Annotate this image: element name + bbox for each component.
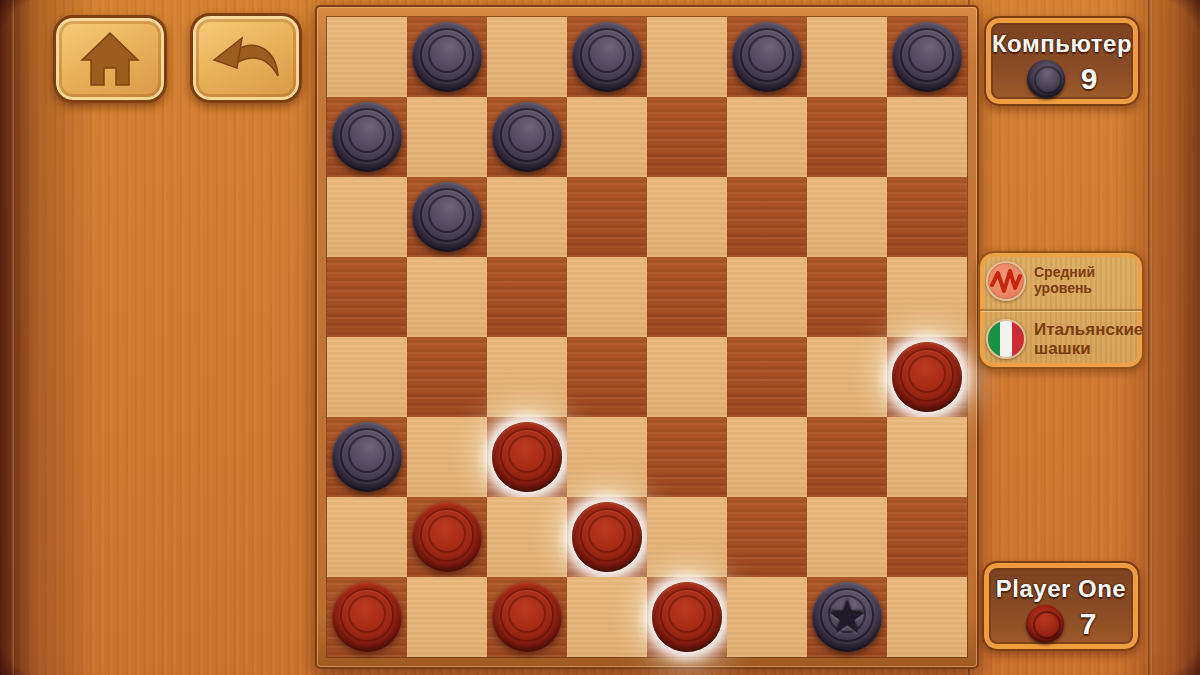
cell-r7c8[interactable] [887, 497, 967, 577]
red-checker-icon [1026, 605, 1064, 643]
cell-r7c5 [647, 497, 727, 577]
cell-r2c7[interactable] [807, 97, 887, 177]
black-checker-icon [1027, 60, 1065, 98]
cell-r8c2 [407, 577, 487, 657]
cell-r5c7 [807, 337, 887, 417]
piece-ring [668, 595, 706, 633]
cell-r1c5 [647, 17, 727, 97]
cell-r2c2 [407, 97, 487, 177]
piece-ring [748, 35, 786, 73]
corner-vignette [1148, 623, 1200, 675]
red-piece-r7c4[interactable] [572, 502, 642, 572]
black-piece-r1c6[interactable] [732, 22, 802, 92]
cell-r5c5 [647, 337, 727, 417]
red-piece-r5c8[interactable] [892, 342, 962, 412]
black-king-piece-r8c7[interactable]: ★ [812, 582, 882, 652]
cell-r3c2[interactable] [407, 177, 487, 257]
player-panel: Player One 7 [982, 561, 1140, 651]
black-piece-r2c1[interactable] [332, 102, 402, 172]
piece-ring [428, 195, 466, 233]
black-piece-r1c4[interactable] [572, 22, 642, 92]
cell-r7c7 [807, 497, 887, 577]
cell-r7c4[interactable] [567, 497, 647, 577]
cell-r6c3[interactable] [487, 417, 567, 497]
game-screen: ★ Компьютер 9 Средний уровень Итальянски… [0, 0, 1200, 675]
cell-r3c4[interactable] [567, 177, 647, 257]
cell-r4c4 [567, 257, 647, 337]
piece-ring [508, 595, 546, 633]
cell-r6c6 [727, 417, 807, 497]
cell-r3c3 [487, 177, 567, 257]
black-piece-r6c1[interactable] [332, 422, 402, 492]
cell-r7c3 [487, 497, 567, 577]
variant-row: Итальянские шашки [980, 311, 1142, 367]
cell-r7c2[interactable] [407, 497, 487, 577]
computer-panel: Компьютер 9 [984, 16, 1140, 106]
cell-r5c1 [327, 337, 407, 417]
piece-ring [908, 355, 946, 393]
piece-ring [588, 515, 626, 553]
variant-label: Итальянские шашки [1034, 320, 1143, 358]
cell-r2c6 [727, 97, 807, 177]
wood-seam [1148, 0, 1152, 675]
piece-ring [508, 115, 546, 153]
corner-vignette [0, 623, 52, 675]
wood-seam [10, 0, 14, 675]
cell-r8c8 [887, 577, 967, 657]
cell-r2c3[interactable] [487, 97, 567, 177]
cell-r6c4 [567, 417, 647, 497]
cell-r8c5[interactable] [647, 577, 727, 657]
cell-r1c3 [487, 17, 567, 97]
undo-arrow-icon [210, 30, 282, 86]
cell-r3c1 [327, 177, 407, 257]
cell-r4c5[interactable] [647, 257, 727, 337]
cell-r7c1 [327, 497, 407, 577]
cell-r2c8 [887, 97, 967, 177]
red-piece-r8c5[interactable] [652, 582, 722, 652]
cell-r1c6[interactable] [727, 17, 807, 97]
piece-ring [348, 435, 386, 473]
red-piece-r8c3[interactable] [492, 582, 562, 652]
king-star-icon: ★ [812, 582, 882, 652]
piece-ring [428, 515, 466, 553]
cell-r5c2[interactable] [407, 337, 487, 417]
cell-r4c1[interactable] [327, 257, 407, 337]
cell-r4c7[interactable] [807, 257, 887, 337]
black-piece-r2c3[interactable] [492, 102, 562, 172]
cell-r4c6 [727, 257, 807, 337]
cell-r4c2 [407, 257, 487, 337]
black-piece-r3c2[interactable] [412, 182, 482, 252]
italian-flag-icon [986, 319, 1026, 359]
cell-r1c7 [807, 17, 887, 97]
cell-r2c4 [567, 97, 647, 177]
difficulty-zigzag-icon [986, 261, 1026, 301]
cell-r8c1[interactable] [327, 577, 407, 657]
cell-r1c4[interactable] [567, 17, 647, 97]
player-piece-count: 7 [1080, 607, 1097, 641]
cell-r8c3[interactable] [487, 577, 567, 657]
board-frame: ★ [315, 5, 979, 669]
cell-r8c6 [727, 577, 807, 657]
difficulty-row: Средний уровень [980, 253, 1142, 311]
piece-ring [508, 435, 546, 473]
cell-r6c2 [407, 417, 487, 497]
cell-r5c4[interactable] [567, 337, 647, 417]
cell-r4c8 [887, 257, 967, 337]
corner-vignette [1148, 0, 1200, 52]
piece-ring [588, 35, 626, 73]
black-piece-r1c8[interactable] [892, 22, 962, 92]
cell-r5c3 [487, 337, 567, 417]
cell-r6c1[interactable] [327, 417, 407, 497]
home-icon [78, 30, 142, 88]
red-piece-r8c1[interactable] [332, 582, 402, 652]
cell-r1c8[interactable] [887, 17, 967, 97]
cell-r6c8 [887, 417, 967, 497]
cell-r5c8[interactable] [887, 337, 967, 417]
computer-title: Компьютер [992, 30, 1132, 58]
cell-r1c2[interactable] [407, 17, 487, 97]
game-info-panel: Средний уровень Итальянские шашки [978, 251, 1144, 369]
cell-r2c1[interactable] [327, 97, 407, 177]
cell-r3c5 [647, 177, 727, 257]
checkers-board: ★ [327, 17, 967, 657]
cell-r3c7 [807, 177, 887, 257]
black-piece-r1c2[interactable] [412, 22, 482, 92]
home-button[interactable] [53, 15, 167, 103]
computer-piece-count: 9 [1081, 62, 1098, 96]
cell-r8c7[interactable]: ★ [807, 577, 887, 657]
red-piece-r7c2[interactable] [412, 502, 482, 572]
player-title: Player One [996, 575, 1126, 603]
cell-r8c4 [567, 577, 647, 657]
corner-vignette [0, 0, 52, 52]
cell-r4c3[interactable] [487, 257, 567, 337]
cell-r7c6[interactable] [727, 497, 807, 577]
piece-ring [348, 595, 386, 633]
piece-ring [428, 35, 466, 73]
cell-r6c7[interactable] [807, 417, 887, 497]
cell-r3c6[interactable] [727, 177, 807, 257]
undo-button[interactable] [190, 13, 302, 103]
cell-r1c1 [327, 17, 407, 97]
red-piece-r6c3[interactable] [492, 422, 562, 492]
cell-r6c5[interactable] [647, 417, 727, 497]
difficulty-label: Средний уровень [1034, 265, 1134, 296]
cell-r2c5[interactable] [647, 97, 727, 177]
cell-r5c6[interactable] [727, 337, 807, 417]
cell-r3c8[interactable] [887, 177, 967, 257]
piece-ring [348, 115, 386, 153]
piece-ring [908, 35, 946, 73]
